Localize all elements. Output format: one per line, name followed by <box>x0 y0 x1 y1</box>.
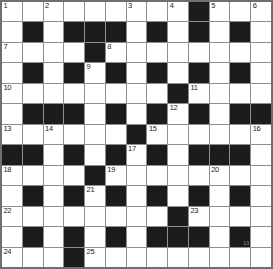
cell-r5-c13[interactable] <box>251 84 271 103</box>
cell-r5-c4[interactable] <box>64 84 84 103</box>
clue-number: 21 <box>87 186 95 195</box>
cell-r5-c7[interactable] <box>127 84 147 103</box>
cell-r2-c3[interactable] <box>44 22 64 41</box>
cell-r12-c2-block <box>23 227 43 246</box>
cell-r1-c5[interactable] <box>85 2 105 21</box>
clue-number: 1 <box>4 2 8 11</box>
cell-r7-c9[interactable] <box>168 125 188 144</box>
clue-number: 3 <box>128 2 132 11</box>
cell-r9-c13[interactable] <box>251 166 271 185</box>
clue-number: 18 <box>4 166 12 175</box>
cell-r11-c2[interactable] <box>23 207 43 226</box>
cell-r9-c4[interactable] <box>64 166 84 185</box>
cell-r3-c4[interactable] <box>64 43 84 62</box>
cell-r5-c1[interactable]: 10 <box>2 84 22 103</box>
cell-r6-c12-block <box>230 104 250 123</box>
cell-r4-c9[interactable] <box>168 63 188 82</box>
cell-r7-c11[interactable] <box>210 125 230 144</box>
cell-r10-c13[interactable] <box>251 186 271 205</box>
cell-r13-c5[interactable]: 25 <box>85 248 105 267</box>
cell-r4-c4-block <box>64 63 84 82</box>
cell-r1-c8[interactable] <box>147 2 167 21</box>
cell-r4-c8-block <box>147 63 167 82</box>
cell-r8-c1-block <box>2 145 22 164</box>
cell-r5-c5[interactable] <box>85 84 105 103</box>
cell-r8-c2-block <box>23 145 43 164</box>
cell-r4-c10-block <box>189 63 209 82</box>
cell-r3-c6[interactable]: 8 <box>106 43 126 62</box>
cell-r9-c12[interactable] <box>230 166 250 185</box>
cell-r12-c5[interactable] <box>85 227 105 246</box>
cell-r10-c5[interactable]: 21 <box>85 186 105 205</box>
clue-number: 19 <box>107 166 115 175</box>
cell-r8-c5[interactable] <box>85 145 105 164</box>
cell-r12-c10-block <box>189 227 209 246</box>
cell-r5-c9-block <box>168 84 188 103</box>
cell-r13-c8[interactable] <box>147 248 167 267</box>
cell-r5-c8[interactable] <box>147 84 167 103</box>
cell-r13-c3[interactable] <box>44 248 64 267</box>
cell-r11-c3[interactable] <box>44 207 64 226</box>
grid-watermark: 13 <box>243 241 249 246</box>
cell-r3-c3[interactable] <box>44 43 64 62</box>
cell-r1-c6[interactable] <box>106 2 126 21</box>
cell-r10-c11[interactable] <box>210 186 230 205</box>
cell-r7-c6[interactable] <box>106 125 126 144</box>
clue-number: 24 <box>4 248 12 257</box>
cell-r3-c9[interactable] <box>168 43 188 62</box>
cell-r5-c6[interactable] <box>106 84 126 103</box>
cell-r10-c3[interactable] <box>44 186 64 205</box>
cell-r7-c5[interactable] <box>85 125 105 144</box>
cell-r2-c12-block <box>230 22 250 41</box>
cell-r10-c9[interactable] <box>168 186 188 205</box>
cell-r8-c3[interactable] <box>44 145 64 164</box>
cell-r9-c1[interactable]: 18 <box>2 166 22 185</box>
cell-r3-c8[interactable] <box>147 43 167 62</box>
cell-r13-c10[interactable] <box>189 248 209 267</box>
cell-r12-c7[interactable] <box>127 227 147 246</box>
clue-number: 11 <box>190 84 197 93</box>
clue-number: 14 <box>45 125 53 134</box>
cell-r13-c1[interactable]: 24 <box>2 248 22 267</box>
cell-r7-c1[interactable]: 13 <box>2 125 22 144</box>
cell-r13-c11[interactable] <box>210 248 230 267</box>
cell-r10-c7[interactable] <box>127 186 147 205</box>
clue-number: 13 <box>4 125 12 134</box>
cell-r9-c7[interactable] <box>127 166 147 185</box>
cell-r10-c8-block <box>147 186 167 205</box>
cell-r6-c3-block <box>44 104 64 123</box>
cell-r10-c2-block <box>23 186 43 205</box>
cell-r2-c8-block <box>147 22 167 41</box>
cell-r13-c9[interactable] <box>168 248 188 267</box>
cell-r8-c7[interactable]: 17 <box>127 145 147 164</box>
cell-r8-c12-block <box>230 145 250 164</box>
cell-r7-c13[interactable]: 16 <box>251 125 271 144</box>
cell-r11-c7[interactable] <box>127 207 147 226</box>
cell-r1-c3[interactable]: 2 <box>44 2 64 21</box>
cell-r4-c2-block <box>23 63 43 82</box>
cell-r5-c12[interactable] <box>230 84 250 103</box>
cell-r10-c4-block <box>64 186 84 205</box>
cell-r1-c4[interactable] <box>64 2 84 21</box>
cell-r12-c13[interactable] <box>251 227 271 246</box>
cell-r3-c11[interactable] <box>210 43 230 62</box>
cell-r6-c5[interactable] <box>85 104 105 123</box>
cell-r6-c8-block <box>147 104 167 123</box>
cell-r8-c4-block <box>64 145 84 164</box>
cell-r5-c2[interactable] <box>23 84 43 103</box>
cell-r11-c8[interactable] <box>147 207 167 226</box>
cell-r8-c11-block <box>210 145 230 164</box>
cell-r6-c7[interactable] <box>127 104 147 123</box>
cell-r7-c8[interactable]: 15 <box>147 125 167 144</box>
cell-r8-c6-block <box>106 145 126 164</box>
clue-number: 23 <box>190 207 198 216</box>
cell-r2-c13[interactable] <box>251 22 271 41</box>
crossword-grid: 1234567891011121314151617181920212223132… <box>0 0 273 269</box>
cell-r9-c10[interactable] <box>189 166 209 185</box>
cell-r7-c12[interactable] <box>230 125 250 144</box>
cell-r4-c1[interactable] <box>2 63 22 82</box>
cell-r12-c6-block <box>106 227 126 246</box>
cell-r10-c6-block <box>106 186 126 205</box>
cell-r2-c7[interactable] <box>127 22 147 41</box>
cell-r11-c13[interactable] <box>251 207 271 226</box>
cell-r1-c9[interactable]: 4 <box>168 2 188 21</box>
cell-r1-c7[interactable]: 3 <box>127 2 147 21</box>
cell-r3-c12[interactable] <box>230 43 250 62</box>
cell-r9-c5-block <box>85 166 105 185</box>
cell-r3-c10[interactable] <box>189 43 209 62</box>
clue-number: 4 <box>170 2 174 11</box>
cell-r6-c1[interactable] <box>2 104 22 123</box>
cell-r4-c6-block <box>106 63 126 82</box>
cell-r1-c10-block <box>189 2 209 21</box>
cell-r2-c9[interactable] <box>168 22 188 41</box>
cell-r4-c12-block <box>230 63 250 82</box>
cell-r13-c6[interactable] <box>106 248 126 267</box>
cell-r3-c7[interactable] <box>127 43 147 62</box>
cell-r11-c5[interactable] <box>85 207 105 226</box>
cell-r7-c7-block <box>127 125 147 144</box>
cell-r6-c4-block <box>64 104 84 123</box>
cell-r3-c1[interactable]: 7 <box>2 43 22 62</box>
cell-r3-c5-block <box>85 43 105 62</box>
clue-number: 2 <box>45 2 49 11</box>
cell-r8-c10-block <box>189 145 209 164</box>
clue-number: 17 <box>128 145 136 154</box>
cell-r2-c2-block <box>23 22 43 41</box>
cell-r10-c10-block <box>189 186 209 205</box>
cell-r4-c7[interactable] <box>127 63 147 82</box>
cell-r9-c6[interactable]: 19 <box>106 166 126 185</box>
clue-number: 16 <box>253 125 261 134</box>
cell-r2-c10-block <box>189 22 209 41</box>
clue-number: 25 <box>87 248 95 257</box>
cell-r4-c3[interactable] <box>44 63 64 82</box>
cell-r2-c6-block <box>106 22 126 41</box>
cell-r11-c12[interactable] <box>230 207 250 226</box>
cell-r13-c4-block <box>64 248 84 267</box>
cell-r6-c9[interactable]: 12 <box>168 104 188 123</box>
clue-number: 5 <box>211 2 215 11</box>
cell-r6-c13-block <box>251 104 271 123</box>
cell-r11-c9-block <box>168 207 188 226</box>
cell-r6-c10-block <box>189 104 209 123</box>
cell-r5-c3[interactable] <box>44 84 64 103</box>
clue-number: 12 <box>170 104 178 113</box>
clue-number: 7 <box>4 43 8 52</box>
cell-r10-c1[interactable] <box>2 186 22 205</box>
cell-r9-c3[interactable] <box>44 166 64 185</box>
cell-r13-c7[interactable] <box>127 248 147 267</box>
cell-r12-c12-block: 13 <box>230 227 250 246</box>
cell-r11-c6[interactable] <box>106 207 126 226</box>
cell-r6-c6-block <box>106 104 126 123</box>
cell-r12-c3[interactable] <box>44 227 64 246</box>
cell-r9-c9[interactable] <box>168 166 188 185</box>
cell-r6-c11[interactable] <box>210 104 230 123</box>
clue-number: 22 <box>4 207 12 216</box>
cell-r7-c10[interactable] <box>189 125 209 144</box>
clue-number: 10 <box>4 84 12 93</box>
cell-r8-c8-block <box>147 145 167 164</box>
cell-r4-c13[interactable] <box>251 63 271 82</box>
cell-r11-c1[interactable]: 22 <box>2 207 22 226</box>
cell-r10-c12-block <box>230 186 250 205</box>
cell-r1-c12[interactable] <box>230 2 250 21</box>
cell-r8-c9[interactable] <box>168 145 188 164</box>
cell-r4-c5[interactable]: 9 <box>85 63 105 82</box>
cell-r9-c11[interactable]: 20 <box>210 166 230 185</box>
cell-r7-c2[interactable] <box>23 125 43 144</box>
cell-r7-c4[interactable] <box>64 125 84 144</box>
cell-r12-c11[interactable] <box>210 227 230 246</box>
cell-r4-c11[interactable] <box>210 63 230 82</box>
clue-number: 20 <box>211 166 219 175</box>
cell-r1-c1[interactable]: 1 <box>2 2 22 21</box>
cell-r5-c10[interactable]: 11 <box>189 84 209 103</box>
cell-r13-c2[interactable] <box>23 248 43 267</box>
cell-r13-c13[interactable] <box>251 248 271 267</box>
cell-r1-c13[interactable]: 6 <box>251 2 271 21</box>
cell-r2-c11[interactable] <box>210 22 230 41</box>
clue-number: 6 <box>253 2 257 11</box>
cell-r12-c9-block <box>168 227 188 246</box>
clue-number: 15 <box>149 125 157 134</box>
clue-number: 8 <box>107 43 111 52</box>
cell-r11-c11[interactable] <box>210 207 230 226</box>
cell-r11-c10[interactable]: 23 <box>189 207 209 226</box>
cell-r2-c5-block <box>85 22 105 41</box>
cell-r6-c2-block <box>23 104 43 123</box>
cell-r5-c11[interactable] <box>210 84 230 103</box>
cell-r7-c3[interactable]: 14 <box>44 125 64 144</box>
cell-r12-c1[interactable] <box>2 227 22 246</box>
cell-r9-c2[interactable] <box>23 166 43 185</box>
cell-r3-c2[interactable] <box>23 43 43 62</box>
cell-r1-c2[interactable] <box>23 2 43 21</box>
cell-r8-c13[interactable] <box>251 145 271 164</box>
cell-r3-c13[interactable] <box>251 43 271 62</box>
cell-r2-c1[interactable] <box>2 22 22 41</box>
cell-r12-c4-block <box>64 227 84 246</box>
cell-r2-c4-block <box>64 22 84 41</box>
cell-r12-c8-block <box>147 227 167 246</box>
cell-r11-c4[interactable] <box>64 207 84 226</box>
cell-r13-c12[interactable] <box>230 248 250 267</box>
cell-r1-c11[interactable]: 5 <box>210 2 230 21</box>
clue-number: 9 <box>87 63 91 72</box>
cell-r9-c8[interactable] <box>147 166 167 185</box>
